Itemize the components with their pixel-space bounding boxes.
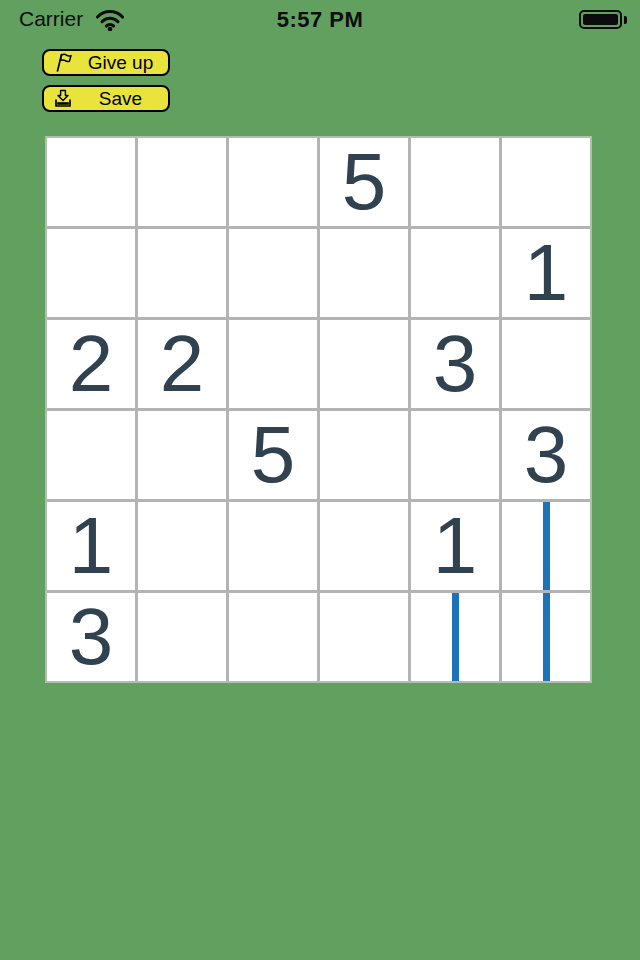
cell-r5c3[interactable] bbox=[229, 502, 317, 590]
path-line-vertical bbox=[452, 593, 459, 681]
clue-number: 3 bbox=[524, 415, 569, 495]
cell-r4c2[interactable] bbox=[138, 411, 226, 499]
cell-r6c2[interactable] bbox=[138, 593, 226, 681]
save-button[interactable]: Save bbox=[42, 85, 170, 112]
cell-r2c2[interactable] bbox=[138, 229, 226, 317]
clue-number: 1 bbox=[524, 233, 569, 313]
cell-r3c6[interactable] bbox=[502, 320, 590, 408]
clue-number: 1 bbox=[69, 506, 114, 586]
cell-r1c2[interactable] bbox=[138, 138, 226, 226]
clue-number: 3 bbox=[69, 597, 114, 677]
cell-r5c4[interactable] bbox=[320, 502, 408, 590]
cell-r2c5[interactable] bbox=[411, 229, 499, 317]
cell-r6c5[interactable] bbox=[411, 593, 499, 681]
cell-r6c3[interactable] bbox=[229, 593, 317, 681]
clock: 5:57 PM bbox=[0, 7, 640, 33]
cell-r4c4[interactable] bbox=[320, 411, 408, 499]
cell-r2c3[interactable] bbox=[229, 229, 317, 317]
clue-number: 3 bbox=[433, 324, 478, 404]
clue-number: 5 bbox=[342, 142, 387, 222]
cell-r5c1[interactable]: 1 bbox=[47, 502, 135, 590]
battery-fill bbox=[583, 14, 618, 25]
cell-r6c6[interactable] bbox=[502, 593, 590, 681]
cell-r3c3[interactable] bbox=[229, 320, 317, 408]
cell-r3c2[interactable]: 2 bbox=[138, 320, 226, 408]
cell-r4c5[interactable] bbox=[411, 411, 499, 499]
give-up-label: Give up bbox=[79, 53, 162, 72]
save-icon bbox=[53, 88, 79, 109]
status-bar: Carrier 5:57 PM bbox=[0, 0, 640, 40]
cell-r2c1[interactable] bbox=[47, 229, 135, 317]
path-line-vertical bbox=[543, 593, 550, 681]
cell-r5c6[interactable] bbox=[502, 502, 590, 590]
cell-r1c6[interactable] bbox=[502, 138, 590, 226]
app-screen: Carrier 5:57 PM Give up bbox=[0, 0, 640, 960]
path-line-vertical bbox=[543, 502, 550, 590]
cell-r5c5[interactable]: 1 bbox=[411, 502, 499, 590]
clue-number: 1 bbox=[433, 506, 478, 586]
cell-r1c5[interactable] bbox=[411, 138, 499, 226]
cell-r3c1[interactable]: 2 bbox=[47, 320, 135, 408]
clue-number: 2 bbox=[160, 324, 205, 404]
clue-number: 2 bbox=[69, 324, 114, 404]
cell-r4c6[interactable]: 3 bbox=[502, 411, 590, 499]
cell-r1c1[interactable] bbox=[47, 138, 135, 226]
cell-r6c4[interactable] bbox=[320, 593, 408, 681]
battery-nub bbox=[624, 16, 627, 24]
cell-r2c4[interactable] bbox=[320, 229, 408, 317]
cell-r1c4[interactable]: 5 bbox=[320, 138, 408, 226]
battery-icon bbox=[579, 10, 622, 29]
cell-r6c1[interactable]: 3 bbox=[47, 593, 135, 681]
cell-r4c3[interactable]: 5 bbox=[229, 411, 317, 499]
save-label: Save bbox=[79, 89, 162, 108]
cell-r1c3[interactable] bbox=[229, 138, 317, 226]
cell-r2c6[interactable]: 1 bbox=[502, 229, 590, 317]
cell-r4c1[interactable] bbox=[47, 411, 135, 499]
cell-r3c5[interactable]: 3 bbox=[411, 320, 499, 408]
give-up-button[interactable]: Give up bbox=[42, 49, 170, 76]
puzzle-board: 5122353113 bbox=[45, 136, 592, 683]
cell-r3c4[interactable] bbox=[320, 320, 408, 408]
flag-icon bbox=[53, 52, 79, 73]
clue-number: 5 bbox=[251, 415, 296, 495]
cell-r5c2[interactable] bbox=[138, 502, 226, 590]
